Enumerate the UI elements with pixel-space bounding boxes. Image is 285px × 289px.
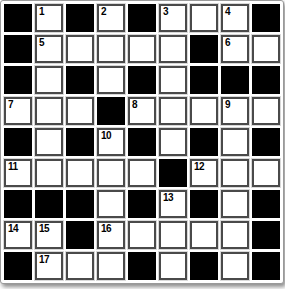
black-cell-r8c0 bbox=[4, 252, 32, 280]
crossword-board-frame: 1234567891011121314151617 bbox=[0, 0, 284, 284]
clue-number-14: 14 bbox=[8, 223, 18, 235]
white-cell-r1c1[interactable]: 5 bbox=[35, 35, 63, 63]
clue-number-9: 9 bbox=[225, 99, 230, 111]
white-cell-r4c7[interactable] bbox=[221, 128, 249, 156]
white-cell-r0c1[interactable]: 1 bbox=[35, 4, 63, 32]
white-cell-r4c5[interactable] bbox=[159, 128, 187, 156]
white-cell-r8c3[interactable] bbox=[97, 252, 125, 280]
white-cell-r5c3[interactable] bbox=[97, 159, 125, 187]
clue-number-7: 7 bbox=[8, 99, 13, 111]
black-cell-r4c8 bbox=[252, 128, 280, 156]
white-cell-r1c3[interactable] bbox=[97, 35, 125, 63]
black-cell-r0c8 bbox=[252, 4, 280, 32]
clue-number-16: 16 bbox=[101, 223, 111, 235]
white-cell-r3c5[interactable] bbox=[159, 97, 187, 125]
clue-number-1: 1 bbox=[39, 6, 44, 18]
white-cell-r8c5[interactable] bbox=[159, 252, 187, 280]
white-cell-r3c4[interactable]: 8 bbox=[128, 97, 156, 125]
white-cell-r5c7[interactable] bbox=[221, 159, 249, 187]
white-cell-r1c5[interactable] bbox=[159, 35, 187, 63]
white-cell-r7c5[interactable] bbox=[159, 221, 187, 249]
black-cell-r0c0 bbox=[4, 4, 32, 32]
white-cell-r6c5[interactable]: 13 bbox=[159, 190, 187, 218]
white-cell-r1c2[interactable] bbox=[66, 35, 94, 63]
white-cell-r1c8[interactable] bbox=[252, 35, 280, 63]
black-cell-r0c2 bbox=[66, 4, 94, 32]
black-cell-r6c0 bbox=[4, 190, 32, 218]
white-cell-r3c6[interactable] bbox=[190, 97, 218, 125]
black-cell-r7c8 bbox=[252, 221, 280, 249]
black-cell-r6c8 bbox=[252, 190, 280, 218]
clue-number-17: 17 bbox=[39, 254, 49, 266]
black-cell-r1c6 bbox=[190, 35, 218, 63]
clue-number-6: 6 bbox=[225, 37, 230, 49]
white-cell-r7c3[interactable]: 16 bbox=[97, 221, 125, 249]
black-cell-r5c5 bbox=[159, 159, 187, 187]
black-cell-r4c2 bbox=[66, 128, 94, 156]
white-cell-r3c2[interactable] bbox=[66, 97, 94, 125]
clue-number-12: 12 bbox=[194, 161, 204, 173]
white-cell-r7c0[interactable]: 14 bbox=[4, 221, 32, 249]
clue-number-15: 15 bbox=[39, 223, 49, 235]
black-cell-r8c4 bbox=[128, 252, 156, 280]
white-cell-r5c8[interactable] bbox=[252, 159, 280, 187]
black-cell-r2c2 bbox=[66, 66, 94, 94]
white-cell-r7c6[interactable] bbox=[190, 221, 218, 249]
black-cell-r2c7 bbox=[221, 66, 249, 94]
black-cell-r4c6 bbox=[190, 128, 218, 156]
white-cell-r7c1[interactable]: 15 bbox=[35, 221, 63, 249]
clue-number-10: 10 bbox=[101, 130, 111, 142]
black-cell-r6c6 bbox=[190, 190, 218, 218]
white-cell-r3c0[interactable]: 7 bbox=[4, 97, 32, 125]
black-cell-r2c8 bbox=[252, 66, 280, 94]
white-cell-r5c4[interactable] bbox=[128, 159, 156, 187]
white-cell-r3c8[interactable] bbox=[252, 97, 280, 125]
white-cell-r5c0[interactable]: 11 bbox=[4, 159, 32, 187]
white-cell-r0c6[interactable] bbox=[190, 4, 218, 32]
black-cell-r4c4 bbox=[128, 128, 156, 156]
black-cell-r7c2 bbox=[66, 221, 94, 249]
black-cell-r4c0 bbox=[4, 128, 32, 156]
white-cell-r5c2[interactable] bbox=[66, 159, 94, 187]
white-cell-r7c7[interactable] bbox=[221, 221, 249, 249]
white-cell-r4c3[interactable]: 10 bbox=[97, 128, 125, 156]
white-cell-r5c1[interactable] bbox=[35, 159, 63, 187]
white-cell-r1c4[interactable] bbox=[128, 35, 156, 63]
clue-number-5: 5 bbox=[39, 37, 44, 49]
black-cell-r2c4 bbox=[128, 66, 156, 94]
white-cell-r3c7[interactable]: 9 bbox=[221, 97, 249, 125]
white-cell-r5c6[interactable]: 12 bbox=[190, 159, 218, 187]
clue-number-4: 4 bbox=[225, 6, 230, 18]
black-cell-r0c4 bbox=[128, 4, 156, 32]
clue-number-13: 13 bbox=[163, 192, 173, 204]
white-cell-r0c5[interactable]: 3 bbox=[159, 4, 187, 32]
white-cell-r8c2[interactable] bbox=[66, 252, 94, 280]
crossword-board: 1234567891011121314151617 bbox=[4, 4, 280, 280]
white-cell-r2c3[interactable] bbox=[97, 66, 125, 94]
white-cell-r8c1[interactable]: 17 bbox=[35, 252, 63, 280]
black-cell-r3c3 bbox=[97, 97, 125, 125]
white-cell-r8c7[interactable] bbox=[221, 252, 249, 280]
clue-number-2: 2 bbox=[101, 6, 106, 18]
black-cell-r6c2 bbox=[66, 190, 94, 218]
white-cell-r3c1[interactable] bbox=[35, 97, 63, 125]
white-cell-r6c3[interactable] bbox=[97, 190, 125, 218]
black-cell-r8c6 bbox=[190, 252, 218, 280]
black-cell-r2c0 bbox=[4, 66, 32, 94]
white-cell-r1c7[interactable]: 6 bbox=[221, 35, 249, 63]
clue-number-8: 8 bbox=[132, 99, 137, 111]
white-cell-r2c1[interactable] bbox=[35, 66, 63, 94]
white-cell-r0c7[interactable]: 4 bbox=[221, 4, 249, 32]
white-cell-r0c3[interactable]: 2 bbox=[97, 4, 125, 32]
white-cell-r2c5[interactable] bbox=[159, 66, 187, 94]
black-cell-r6c1 bbox=[35, 190, 63, 218]
white-cell-r7c4[interactable] bbox=[128, 221, 156, 249]
black-cell-r8c8 bbox=[252, 252, 280, 280]
black-cell-r1c0 bbox=[4, 35, 32, 63]
clue-number-11: 11 bbox=[8, 161, 18, 173]
black-cell-r2c6 bbox=[190, 66, 218, 94]
clue-number-3: 3 bbox=[163, 6, 168, 18]
white-cell-r6c7[interactable] bbox=[221, 190, 249, 218]
white-cell-r4c1[interactable] bbox=[35, 128, 63, 156]
black-cell-r6c4 bbox=[128, 190, 156, 218]
